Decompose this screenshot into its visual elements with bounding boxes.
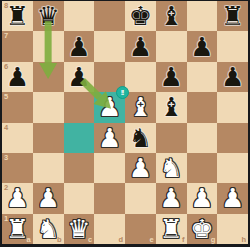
square-f6[interactable]: ♟ xyxy=(156,62,187,92)
square-b4[interactable] xyxy=(33,123,64,153)
piece-black-pawn[interactable]: ♟ xyxy=(64,31,95,61)
square-a1[interactable]: ♜1a xyxy=(2,214,33,244)
square-a6[interactable]: ♟6 xyxy=(2,62,33,92)
piece-white-pawn[interactable]: ♟ xyxy=(187,183,218,213)
square-a5[interactable]: 5 xyxy=(2,92,33,122)
piece-black-knight[interactable]: ♞ xyxy=(125,123,156,153)
square-g4[interactable] xyxy=(187,123,218,153)
square-e8[interactable]: ♚ xyxy=(125,1,156,31)
piece-black-bishop[interactable]: ♝ xyxy=(156,92,187,122)
square-g7[interactable]: ♟ xyxy=(187,31,218,61)
square-b8[interactable]: ♛ xyxy=(33,1,64,31)
rank-label-7: 7 xyxy=(4,32,8,40)
square-d4[interactable]: ♟ xyxy=(94,123,125,153)
square-f2[interactable]: ♟ xyxy=(156,183,187,213)
square-g5[interactable] xyxy=(187,92,218,122)
piece-black-pawn[interactable]: ♟ xyxy=(125,31,156,61)
square-d5[interactable]: ♟ xyxy=(94,92,125,122)
square-f5[interactable]: ♝ xyxy=(156,92,187,122)
square-d1[interactable]: d xyxy=(94,214,125,244)
square-e5[interactable]: ♝ xyxy=(125,92,156,122)
square-h6[interactable]: ♟ xyxy=(217,62,248,92)
piece-white-pawn[interactable]: ♟ xyxy=(125,153,156,183)
square-a4[interactable]: 4 xyxy=(2,123,33,153)
square-b6[interactable] xyxy=(33,62,64,92)
file-label-d: d xyxy=(118,236,123,244)
piece-white-pawn[interactable]: ♟ xyxy=(94,123,125,153)
piece-black-pawn[interactable]: ♟ xyxy=(217,62,248,92)
square-a7[interactable]: 7 xyxy=(2,31,33,61)
square-b2[interactable]: ♟ xyxy=(33,183,64,213)
piece-black-pawn[interactable]: ♟ xyxy=(2,62,33,92)
square-c5[interactable] xyxy=(64,92,95,122)
square-c3[interactable] xyxy=(64,153,95,183)
piece-black-pawn[interactable]: ♟ xyxy=(64,62,95,92)
square-g1[interactable]: ♚g xyxy=(187,214,218,244)
square-h4[interactable] xyxy=(217,123,248,153)
square-d6[interactable] xyxy=(94,62,125,92)
square-g6[interactable] xyxy=(187,62,218,92)
square-d8[interactable] xyxy=(94,1,125,31)
piece-white-pawn[interactable]: ♟ xyxy=(33,183,64,213)
piece-white-rook[interactable]: ♜ xyxy=(156,214,187,244)
square-g3[interactable] xyxy=(187,153,218,183)
file-label-e: e xyxy=(150,236,154,244)
chess-board[interactable]: ♜8♛♚♝♜7♟♟♟♟6♟♟♟5♟♝♝4♟♞3♟♞♟2♟♟♟♟♜1a♞b♛cde… xyxy=(2,1,248,244)
square-g2[interactable]: ♟ xyxy=(187,183,218,213)
square-e2[interactable] xyxy=(125,183,156,213)
square-e4[interactable]: ♞ xyxy=(125,123,156,153)
square-b1[interactable]: ♞b xyxy=(33,214,64,244)
piece-white-king[interactable]: ♚ xyxy=(187,214,218,244)
square-b3[interactable] xyxy=(33,153,64,183)
square-b5[interactable] xyxy=(33,92,64,122)
square-c4[interactable] xyxy=(64,123,95,153)
square-f8[interactable]: ♝ xyxy=(156,1,187,31)
piece-black-king[interactable]: ♚ xyxy=(125,1,156,31)
rank-label-4: 4 xyxy=(4,124,8,132)
square-f4[interactable] xyxy=(156,123,187,153)
square-h8[interactable]: ♜ xyxy=(217,1,248,31)
square-c8[interactable] xyxy=(64,1,95,31)
square-d7[interactable] xyxy=(94,31,125,61)
square-a2[interactable]: ♟2 xyxy=(2,183,33,213)
square-c6[interactable]: ♟ xyxy=(64,62,95,92)
square-e7[interactable]: ♟ xyxy=(125,31,156,61)
square-g8[interactable] xyxy=(187,1,218,31)
square-h7[interactable] xyxy=(217,31,248,61)
square-d3[interactable] xyxy=(94,153,125,183)
piece-black-queen[interactable]: ♛ xyxy=(33,1,64,31)
piece-black-rook[interactable]: ♜ xyxy=(217,1,248,31)
square-c2[interactable] xyxy=(64,183,95,213)
piece-white-pawn[interactable]: ♟ xyxy=(217,183,248,213)
square-e3[interactable]: ♟ xyxy=(125,153,156,183)
square-h2[interactable]: ♟ xyxy=(217,183,248,213)
square-f1[interactable]: ♜f xyxy=(156,214,187,244)
piece-black-pawn[interactable]: ♟ xyxy=(187,31,218,61)
piece-white-bishop[interactable]: ♝ xyxy=(125,92,156,122)
square-e6[interactable] xyxy=(125,62,156,92)
square-h5[interactable] xyxy=(217,92,248,122)
square-a8[interactable]: ♜8 xyxy=(2,1,33,31)
piece-white-pawn[interactable]: ♟ xyxy=(156,183,187,213)
square-d2[interactable] xyxy=(94,183,125,213)
piece-white-pawn[interactable]: ♟ xyxy=(2,183,33,213)
rank-label-5: 5 xyxy=(4,93,8,101)
piece-white-pawn[interactable]: ♟ xyxy=(94,92,125,122)
piece-white-queen[interactable]: ♛ xyxy=(64,214,95,244)
piece-black-pawn[interactable]: ♟ xyxy=(156,62,187,92)
square-c7[interactable]: ♟ xyxy=(64,31,95,61)
chessboard-screenshot: ♜8♛♚♝♜7♟♟♟♟6♟♟♟5♟♝♝4♟♞3♟♞♟2♟♟♟♟♜1a♞b♛cde… xyxy=(0,0,250,247)
piece-white-knight[interactable]: ♞ xyxy=(156,153,187,183)
square-b7[interactable] xyxy=(33,31,64,61)
square-h1[interactable]: h xyxy=(217,214,248,244)
square-f3[interactable]: ♞ xyxy=(156,153,187,183)
file-label-h: h xyxy=(241,236,246,244)
piece-black-bishop[interactable]: ♝ xyxy=(156,1,187,31)
square-e1[interactable]: e xyxy=(125,214,156,244)
piece-white-knight[interactable]: ♞ xyxy=(33,214,64,244)
rank-label-3: 3 xyxy=(4,154,8,162)
square-h3[interactable] xyxy=(217,153,248,183)
square-c1[interactable]: ♛c xyxy=(64,214,95,244)
piece-black-rook[interactable]: ♜ xyxy=(2,1,33,31)
square-f7[interactable] xyxy=(156,31,187,61)
piece-white-rook[interactable]: ♜ xyxy=(2,214,33,244)
square-a3[interactable]: 3 xyxy=(2,153,33,183)
